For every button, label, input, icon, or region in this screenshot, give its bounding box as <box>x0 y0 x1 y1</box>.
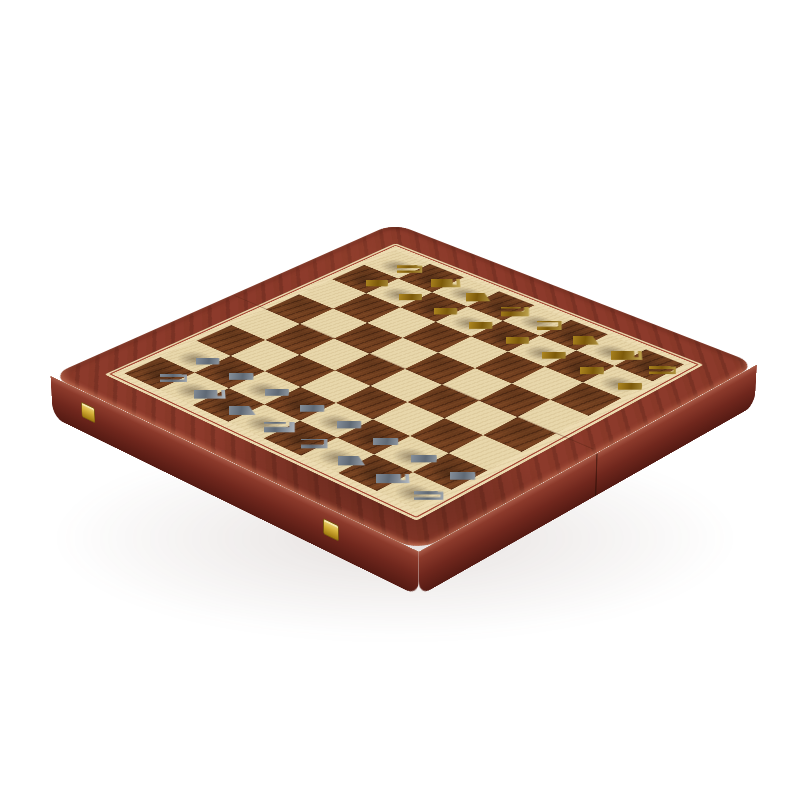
brass-clasp-right <box>323 518 339 542</box>
brass-clasp-left <box>81 402 95 424</box>
product-photo-scene: ♜♞♟♝♟♚♟♛♟♝♟♞♟♟♜♟♟♜♟♟♞♟♝♟♚♟♛♟♝♟♞♜ <box>0 0 800 800</box>
fold-seam-side <box>595 453 598 496</box>
